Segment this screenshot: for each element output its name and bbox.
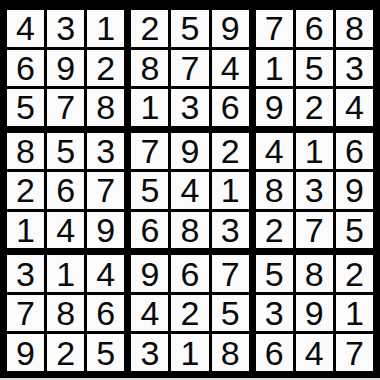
- sudoku-cell-r7c7: 5: [256, 255, 293, 292]
- sudoku-cell-r1c4: 2: [131, 10, 168, 47]
- sudoku-box-2-3: 416839275: [256, 133, 373, 249]
- sudoku-cell-r7c5: 6: [171, 255, 208, 292]
- sudoku-cell-r9c7: 6: [256, 334, 293, 371]
- sudoku-box-2-2: 792541683: [131, 133, 248, 249]
- sudoku-cell-r6c9: 5: [336, 212, 373, 249]
- sudoku-cell-r4c5: 9: [171, 133, 208, 170]
- sudoku-cell-r2c8: 5: [296, 50, 333, 87]
- sudoku-cell-r2c6: 4: [212, 50, 249, 87]
- sudoku-cell-r5c2: 6: [47, 172, 84, 209]
- sudoku-cell-r5c6: 1: [212, 172, 249, 209]
- sudoku-cell-r1c9: 8: [336, 10, 373, 47]
- sudoku-cell-r1c3: 1: [87, 10, 124, 47]
- sudoku-cell-r8c3: 6: [87, 295, 124, 332]
- sudoku-cell-r3c6: 6: [212, 89, 249, 126]
- sudoku-cell-r4c4: 7: [131, 133, 168, 170]
- sudoku-cell-r5c8: 3: [296, 172, 333, 209]
- sudoku-cell-r9c3: 5: [87, 334, 124, 371]
- sudoku-box-1-3: 768153924: [256, 10, 373, 126]
- sudoku-cell-r8c1: 7: [7, 295, 44, 332]
- sudoku-cell-r4c9: 6: [336, 133, 373, 170]
- sudoku-cell-r5c3: 7: [87, 172, 124, 209]
- sudoku-cell-r9c2: 2: [47, 334, 84, 371]
- sudoku-cell-r7c6: 7: [212, 255, 249, 292]
- sudoku-cell-r2c2: 9: [47, 50, 84, 87]
- sudoku-cell-r8c5: 2: [171, 295, 208, 332]
- sudoku-cell-r8c6: 5: [212, 295, 249, 332]
- sudoku-cell-r2c4: 8: [131, 50, 168, 87]
- sudoku-cell-r6c3: 9: [87, 212, 124, 249]
- sudoku-cell-r8c2: 8: [47, 295, 84, 332]
- sudoku-cell-r9c6: 8: [212, 334, 249, 371]
- sudoku-cell-r3c8: 2: [296, 89, 333, 126]
- sudoku-cell-r8c9: 1: [336, 295, 373, 332]
- sudoku-cell-r9c8: 4: [296, 334, 333, 371]
- sudoku-cell-r6c4: 6: [131, 212, 168, 249]
- sudoku-cell-r2c5: 7: [171, 50, 208, 87]
- sudoku-cell-r6c5: 8: [171, 212, 208, 249]
- sudoku-cell-r3c2: 7: [47, 89, 84, 126]
- sudoku-cell-r4c7: 4: [256, 133, 293, 170]
- sudoku-box-1-1: 431692578: [7, 10, 124, 126]
- sudoku-cell-r2c1: 6: [7, 50, 44, 87]
- sudoku-cell-r6c1: 1: [7, 212, 44, 249]
- sudoku-cell-r6c8: 7: [296, 212, 333, 249]
- sudoku-board: 4316925782598741367681539248532671497925…: [0, 0, 380, 380]
- sudoku-cell-r7c8: 8: [296, 255, 333, 292]
- sudoku-cell-r7c2: 1: [47, 255, 84, 292]
- sudoku-cell-r1c5: 5: [171, 10, 208, 47]
- sudoku-cell-r3c5: 3: [171, 89, 208, 126]
- sudoku-cell-r5c5: 4: [171, 172, 208, 209]
- sudoku-cell-r2c3: 2: [87, 50, 124, 87]
- sudoku-cell-r3c1: 5: [7, 89, 44, 126]
- sudoku-cell-r9c5: 1: [171, 334, 208, 371]
- sudoku-cell-r4c1: 8: [7, 133, 44, 170]
- sudoku-cell-r8c4: 4: [131, 295, 168, 332]
- sudoku-cell-r5c1: 2: [7, 172, 44, 209]
- sudoku-cell-r3c7: 9: [256, 89, 293, 126]
- sudoku-box-1-2: 259874136: [131, 10, 248, 126]
- sudoku-cell-r4c2: 5: [47, 133, 84, 170]
- sudoku-cell-r9c4: 3: [131, 334, 168, 371]
- sudoku-cell-r7c3: 4: [87, 255, 124, 292]
- sudoku-cell-r6c7: 2: [256, 212, 293, 249]
- sudoku-box-3-3: 582391647: [256, 255, 373, 371]
- sudoku-cell-r4c8: 1: [296, 133, 333, 170]
- sudoku-cell-r3c9: 4: [336, 89, 373, 126]
- sudoku-cell-r9c9: 7: [336, 334, 373, 371]
- sudoku-cell-r1c6: 9: [212, 10, 249, 47]
- sudoku-cell-r7c1: 3: [7, 255, 44, 292]
- sudoku-cell-r5c9: 9: [336, 172, 373, 209]
- sudoku-cell-r7c9: 2: [336, 255, 373, 292]
- sudoku-box-3-1: 314786925: [7, 255, 124, 371]
- sudoku-cell-r6c2: 4: [47, 212, 84, 249]
- sudoku-cell-r1c8: 6: [296, 10, 333, 47]
- sudoku-cell-r1c7: 7: [256, 10, 293, 47]
- sudoku-cell-r4c3: 3: [87, 133, 124, 170]
- sudoku-cell-r3c3: 8: [87, 89, 124, 126]
- sudoku-cell-r8c7: 3: [256, 295, 293, 332]
- sudoku-box-3-2: 967425318: [131, 255, 248, 371]
- sudoku-cell-r5c7: 8: [256, 172, 293, 209]
- sudoku-cell-r5c4: 5: [131, 172, 168, 209]
- sudoku-cell-r1c1: 4: [7, 10, 44, 47]
- sudoku-cell-r6c6: 3: [212, 212, 249, 249]
- sudoku-cell-r2c7: 1: [256, 50, 293, 87]
- sudoku-box-2-1: 853267149: [7, 133, 124, 249]
- sudoku-cell-r1c2: 3: [47, 10, 84, 47]
- sudoku-cell-r7c4: 9: [131, 255, 168, 292]
- sudoku-cell-r2c9: 3: [336, 50, 373, 87]
- sudoku-cell-r8c8: 9: [296, 295, 333, 332]
- sudoku-cell-r4c6: 2: [212, 133, 249, 170]
- sudoku-cell-r9c1: 9: [7, 334, 44, 371]
- sudoku-cell-r3c4: 1: [131, 89, 168, 126]
